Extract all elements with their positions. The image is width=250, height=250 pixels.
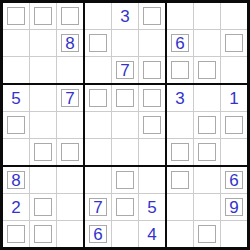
high-digit-marker: [198, 225, 216, 243]
cell-r2c2[interactable]: [57, 57, 83, 83]
given-digit: 2: [11, 199, 20, 216]
given-digit: 8: [11, 172, 20, 189]
high-digit-marker: [143, 89, 161, 107]
high-digit-marker: [198, 61, 216, 79]
cell-r1c2[interactable]: 8: [57, 30, 83, 56]
high-digit-marker: [225, 116, 243, 134]
given-digit: 4: [147, 226, 156, 243]
high-digit-marker: [143, 7, 161, 25]
cell-r6c6[interactable]: [167, 167, 193, 193]
cell-r0c7[interactable]: [194, 3, 220, 29]
high-digit-marker: [7, 7, 25, 25]
cell-r8c5[interactable]: 4: [139, 221, 165, 247]
cell-r1c3[interactable]: [85, 30, 111, 56]
sudoku-block-2: 6: [167, 3, 247, 83]
given-digit: 9: [229, 199, 238, 216]
cell-r1c7[interactable]: [194, 30, 220, 56]
high-digit-marker: [198, 143, 216, 161]
cell-r7c2[interactable]: [57, 194, 83, 220]
cell-r7c1[interactable]: [30, 194, 56, 220]
cell-r6c1[interactable]: [30, 167, 56, 193]
cell-r4c1[interactable]: [30, 112, 56, 138]
cell-r5c0[interactable]: [3, 139, 29, 165]
sudoku-block-0: 8: [3, 3, 83, 83]
cell-r4c6[interactable]: [167, 112, 193, 138]
cell-r8c6[interactable]: [167, 221, 193, 247]
cell-r2c7[interactable]: [194, 57, 220, 83]
given-digit: 7: [120, 62, 129, 79]
cell-r7c8[interactable]: 9: [221, 194, 247, 220]
high-digit-marker: [34, 7, 52, 25]
cell-r8c2[interactable]: [57, 221, 83, 247]
high-digit-marker: [143, 61, 161, 79]
cell-r2c8[interactable]: [221, 57, 247, 83]
cell-r0c6[interactable]: [167, 3, 193, 29]
given-digit: 5: [11, 90, 20, 107]
sudoku-block-5: 31: [167, 85, 247, 165]
cell-r7c7[interactable]: [194, 194, 220, 220]
high-digit-marker: [171, 61, 189, 79]
cell-r4c4[interactable]: [112, 112, 138, 138]
cell-r0c4[interactable]: 3: [112, 3, 138, 29]
high-digit-marker: [116, 198, 134, 216]
cell-r5c8[interactable]: [221, 139, 247, 165]
sudoku-board: 8376573182756469: [0, 0, 250, 250]
cell-r2c0[interactable]: [3, 57, 29, 83]
cell-r8c8[interactable]: [221, 221, 247, 247]
given-digit: 6: [229, 172, 238, 189]
cell-r5c3[interactable]: [85, 139, 111, 165]
cell-r5c6[interactable]: [167, 139, 193, 165]
cell-r1c4[interactable]: [112, 30, 138, 56]
high-digit-marker: [34, 225, 52, 243]
cell-r8c7[interactable]: [194, 221, 220, 247]
cell-r6c3[interactable]: [85, 167, 111, 193]
cell-r4c5[interactable]: [139, 112, 165, 138]
high-digit-marker: [198, 116, 216, 134]
cell-r2c4[interactable]: 7: [112, 57, 138, 83]
given-digit: 6: [93, 226, 102, 243]
cell-r3c2[interactable]: 7: [57, 85, 83, 111]
cell-r0c3[interactable]: [85, 3, 111, 29]
cell-r8c1[interactable]: [30, 221, 56, 247]
cell-r2c1[interactable]: [30, 57, 56, 83]
cell-r6c4[interactable]: [112, 167, 138, 193]
cell-r0c2[interactable]: [57, 3, 83, 29]
given-digit: 6: [175, 35, 184, 52]
cell-r0c1[interactable]: [30, 3, 56, 29]
cell-r1c0[interactable]: [3, 30, 29, 56]
high-digit-marker: [171, 143, 189, 161]
cell-r2c3[interactable]: [85, 57, 111, 83]
cell-r4c0[interactable]: [3, 112, 29, 138]
cell-r7c3[interactable]: 7: [85, 194, 111, 220]
cell-r1c5[interactable]: [139, 30, 165, 56]
cell-r7c4[interactable]: [112, 194, 138, 220]
sudoku-block-3: 57: [3, 85, 83, 165]
cell-r5c7[interactable]: [194, 139, 220, 165]
cell-r7c0[interactable]: 2: [3, 194, 29, 220]
sudoku-block-6: 82: [3, 167, 83, 247]
cell-r8c0[interactable]: [3, 221, 29, 247]
cell-r1c1[interactable]: [30, 30, 56, 56]
high-digit-marker: [61, 143, 79, 161]
cell-r2c6[interactable]: [167, 57, 193, 83]
given-digit: 7: [93, 199, 102, 216]
sudoku-block-7: 7564: [85, 167, 165, 247]
cell-r5c1[interactable]: [30, 139, 56, 165]
cell-r0c5[interactable]: [139, 3, 165, 29]
cell-r8c3[interactable]: 6: [85, 221, 111, 247]
high-digit-marker: [89, 34, 107, 52]
cell-r3c5[interactable]: [139, 85, 165, 111]
cell-r1c8[interactable]: [221, 30, 247, 56]
high-digit-marker: [143, 116, 161, 134]
given-digit: 8: [65, 35, 74, 52]
high-digit-marker: [34, 143, 52, 161]
cell-r7c6[interactable]: [167, 194, 193, 220]
cell-r5c2[interactable]: [57, 139, 83, 165]
cell-r4c3[interactable]: [85, 112, 111, 138]
given-digit: 5: [147, 199, 156, 216]
high-digit-marker: [61, 7, 79, 25]
cell-r3c6[interactable]: 3: [167, 85, 193, 111]
cell-r3c0[interactable]: 5: [3, 85, 29, 111]
cell-r6c5[interactable]: [139, 167, 165, 193]
high-digit-marker: [116, 89, 134, 107]
cell-r6c0[interactable]: 8: [3, 167, 29, 193]
cell-r5c5[interactable]: [139, 139, 165, 165]
high-digit-marker: [89, 89, 107, 107]
given-digit: 7: [65, 90, 74, 107]
high-digit-marker: [116, 171, 134, 189]
high-digit-marker: [7, 225, 25, 243]
high-digit-marker: [171, 171, 189, 189]
high-digit-marker: [7, 116, 25, 134]
sudoku-block-8: 69: [167, 167, 247, 247]
cell-r6c8[interactable]: 6: [221, 167, 247, 193]
given-digit: 1: [229, 90, 238, 107]
cell-r6c2[interactable]: [57, 167, 83, 193]
sudoku-block-4: [85, 85, 165, 165]
cell-r4c8[interactable]: [221, 112, 247, 138]
cell-r1c6[interactable]: 6: [167, 30, 193, 56]
cell-r5c4[interactable]: [112, 139, 138, 165]
sudoku-block-1: 37: [85, 3, 165, 83]
cell-r0c8[interactable]: [221, 3, 247, 29]
given-digit: 3: [175, 90, 184, 107]
cell-r6c7[interactable]: [194, 167, 220, 193]
cell-r3c3[interactable]: [85, 85, 111, 111]
cell-r0c0[interactable]: [3, 3, 29, 29]
cell-r7c5[interactable]: 5: [139, 194, 165, 220]
cell-r3c8[interactable]: 1: [221, 85, 247, 111]
cell-r3c4[interactable]: [112, 85, 138, 111]
cell-r4c7[interactable]: [194, 112, 220, 138]
cell-r3c7[interactable]: [194, 85, 220, 111]
given-digit: 3: [120, 8, 129, 25]
cell-r4c2[interactable]: [57, 112, 83, 138]
high-digit-marker: [34, 198, 52, 216]
cell-r2c5[interactable]: [139, 57, 165, 83]
high-digit-marker: [225, 34, 243, 52]
cell-r8c4[interactable]: [112, 221, 138, 247]
cell-r3c1[interactable]: [30, 85, 56, 111]
